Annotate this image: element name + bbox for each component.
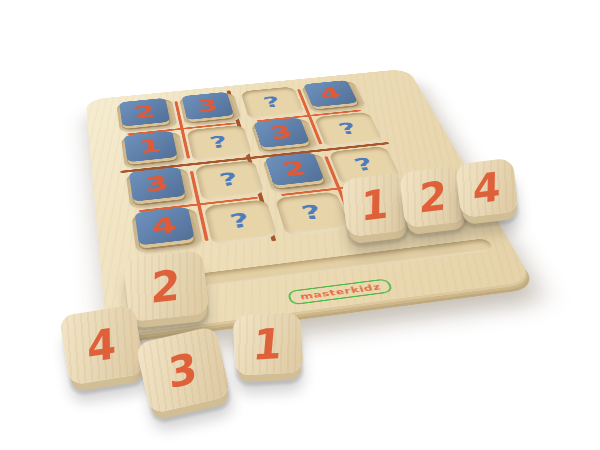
question-mark: ? bbox=[208, 132, 230, 152]
grid-cell-r4c2[interactable]: ? bbox=[204, 199, 278, 245]
tile-number: 2 bbox=[279, 157, 309, 180]
tile-number: 2 bbox=[132, 102, 156, 122]
grid-cell-r1c1[interactable]: 2 bbox=[116, 98, 177, 133]
tray-tile-4[interactable]: 4 bbox=[455, 158, 519, 219]
grid-cell-r2c1[interactable]: 1 bbox=[121, 131, 186, 169]
tile-number: 3 bbox=[167, 342, 200, 398]
blue-number-tile[interactable]: 4 bbox=[303, 80, 358, 107]
grid-cell-r2c2[interactable]: ? bbox=[186, 125, 252, 162]
question-mark: ? bbox=[261, 93, 283, 111]
tile-number: 1 bbox=[251, 319, 285, 370]
blue-number-tile[interactable]: 3 bbox=[253, 118, 310, 148]
tile-number: 2 bbox=[419, 172, 447, 222]
question-mark: ? bbox=[298, 200, 325, 224]
masterkidz-logo: masterkidz bbox=[287, 278, 394, 305]
question-mark: ? bbox=[217, 168, 241, 191]
grid-cell-r2c4[interactable]: ? bbox=[314, 112, 383, 148]
grid-cell-r3c3[interactable]: 2 bbox=[262, 153, 334, 194]
grid-cell-r4c3[interactable]: ? bbox=[274, 191, 350, 236]
tile-number: 1 bbox=[138, 135, 164, 157]
tile-number: 4 bbox=[87, 318, 117, 372]
blue-number-tile[interactable]: 1 bbox=[124, 131, 178, 163]
grid-cell-r1c2[interactable]: 3 bbox=[179, 92, 242, 126]
blue-number-tile[interactable]: 2 bbox=[119, 98, 170, 127]
loose-tile-2[interactable]: 2 bbox=[123, 250, 209, 322]
blue-number-tile[interactable]: 2 bbox=[265, 152, 325, 186]
question-mark: ? bbox=[335, 119, 360, 139]
blue-number-tile[interactable]: 3 bbox=[129, 167, 186, 202]
grid-cell-r3c2[interactable]: ? bbox=[195, 160, 265, 201]
grid-cell-r3c1[interactable]: 3 bbox=[126, 167, 194, 209]
grid-cell-r2c3[interactable]: 3 bbox=[251, 118, 319, 155]
question-mark: ? bbox=[227, 208, 252, 233]
tile-number: 4 bbox=[473, 163, 501, 213]
tile-number: 4 bbox=[317, 84, 345, 103]
question-mark: ? bbox=[351, 154, 377, 176]
blue-number-tile[interactable]: 3 bbox=[182, 92, 234, 120]
tile-number: 1 bbox=[361, 180, 389, 230]
loose-tile-1[interactable]: 1 bbox=[232, 312, 303, 375]
tile-number: 4 bbox=[150, 212, 179, 239]
tile-number: 3 bbox=[144, 172, 171, 196]
grid-cell-r4c1[interactable]: 4 bbox=[131, 207, 203, 254]
tile-number: 3 bbox=[267, 122, 295, 143]
blue-number-tile[interactable]: 4 bbox=[135, 207, 195, 246]
loose-tile-3[interactable]: 3 bbox=[135, 326, 231, 415]
tile-number: 2 bbox=[151, 260, 182, 313]
tray-tile-1[interactable]: 1 bbox=[341, 172, 410, 237]
tile-number: 3 bbox=[195, 96, 220, 116]
grid-cell-r1c4[interactable]: 4 bbox=[301, 81, 367, 114]
grid-cell-r1c3[interactable]: ? bbox=[240, 86, 304, 119]
loose-tile-4[interactable]: 4 bbox=[59, 304, 145, 385]
